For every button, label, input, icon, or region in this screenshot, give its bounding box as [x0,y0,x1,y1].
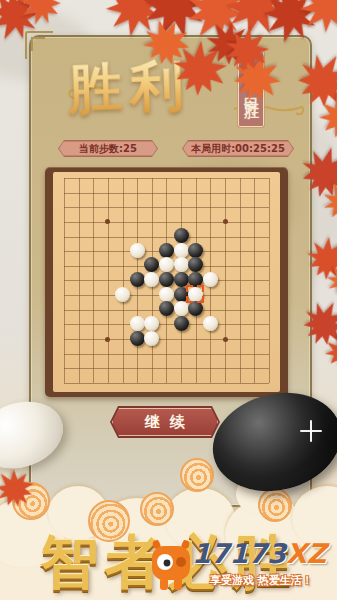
white-stone [130,316,145,331]
white-stone [115,287,130,302]
gomoku-victory-screen: 胜利 白方胜 当前步数:25 本局用时:00:25:25 继续 智者必胜 [0,0,337,600]
continue-button[interactable]: 继续 [110,406,220,438]
white-stone [159,287,174,302]
game-time-label: 本局用时:00:25:25 [183,141,293,156]
grid-line [64,383,269,384]
white-stone [144,272,159,287]
last-move-marker [186,285,204,303]
star-point [105,219,110,224]
watermark-suffix: XZ [286,538,326,569]
cloud-spiral-icon [258,488,292,522]
grid-line [254,178,255,383]
black-stone [144,257,159,272]
move-count-label: 当前步数:25 [59,141,157,156]
white-stone [159,257,174,272]
white-stone [130,243,145,258]
black-stone [159,243,174,258]
grid-line [64,354,269,355]
cloud-spiral-icon [180,458,214,492]
star-point [105,337,110,342]
grid-line [269,178,270,383]
watermark-site: 17173XZ [192,538,326,569]
gomoku-board [53,172,280,392]
black-stone [130,331,145,346]
watermark-slogan: 享受游戏 热爱生活！ [210,573,313,588]
white-stone [174,301,189,316]
cloud-spiral-icon [140,492,174,526]
white-stone [144,316,159,331]
continue-button-label: 继续 [112,408,218,436]
white-stone [203,272,218,287]
grid-line [240,178,241,383]
maple-leaf-icon [220,22,273,75]
grid-line [225,178,226,383]
white-stone [174,243,189,258]
watermark: 17173XZ 享受游戏 热爱生活！ [148,536,337,594]
white-stone [144,331,159,346]
star-point [223,337,228,342]
bull-mascot-icon [148,538,194,594]
white-stone [174,257,189,272]
black-stone [188,257,203,272]
grid-line [64,339,269,340]
black-stone [188,243,203,258]
grid-line [64,368,269,369]
black-stone [174,228,189,243]
game-time-badge: 本局用时:00:25:25 [182,140,294,157]
black-stone [130,272,145,287]
grid-line [64,324,269,325]
black-stone [159,272,174,287]
white-stone [203,316,218,331]
black-stone [174,316,189,331]
star-point [223,219,228,224]
move-count-badge: 当前步数:25 [58,140,158,157]
board-frame [45,167,288,397]
sparkle-icon [300,420,322,442]
black-stone [188,301,203,316]
black-stone [159,301,174,316]
